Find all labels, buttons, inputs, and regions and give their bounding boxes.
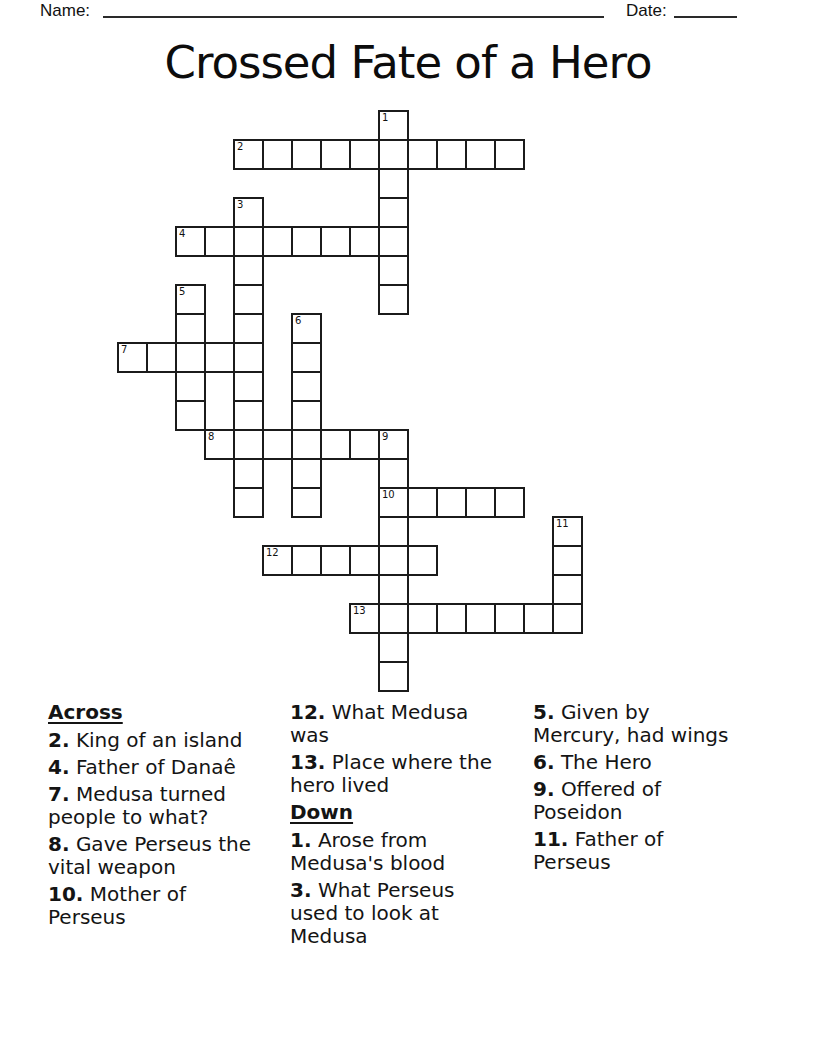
grid-cell[interactable] <box>407 545 438 576</box>
grid-cell[interactable]: 1 <box>378 110 409 141</box>
grid-cell[interactable] <box>291 458 322 489</box>
clue-down-5: 5. Given by Mercury, had wings <box>533 701 733 747</box>
cell-clue-number: 9 <box>382 431 388 442</box>
cell-clue-number: 6 <box>295 315 301 326</box>
grid-cell[interactable] <box>233 255 264 286</box>
date-label: Date: <box>626 1 667 21</box>
cell-clue-number: 13 <box>353 605 366 616</box>
grid-cell[interactable] <box>320 429 351 460</box>
clue-number: 3. <box>290 878 312 902</box>
cell-clue-number: 7 <box>121 344 127 355</box>
grid-cell[interactable] <box>175 371 206 402</box>
clue-number: 10. <box>48 882 83 906</box>
clue-down-9: 9. Offered of Poseidon <box>533 778 733 824</box>
clue-down-3: 3. What Perseus used to look at Medusa <box>290 879 500 948</box>
grid-cell[interactable]: 4 <box>175 226 206 257</box>
grid-cell[interactable] <box>233 313 264 344</box>
date-blank-line[interactable] <box>674 16 737 18</box>
clue-down-1: 1. Arose from Medusa's blood <box>290 829 500 875</box>
grid-cell[interactable] <box>175 313 206 344</box>
cell-clue-number: 11 <box>556 518 569 529</box>
grid-cell[interactable] <box>320 226 351 257</box>
cell-clue-number: 12 <box>266 547 279 558</box>
grid-cell[interactable] <box>291 545 322 576</box>
clue-number: 2. <box>48 728 70 752</box>
grid-cell[interactable] <box>175 342 206 373</box>
clue-number: 12. <box>290 700 325 724</box>
grid-cell[interactable] <box>378 168 409 199</box>
grid-cell[interactable] <box>378 516 409 547</box>
grid-cell[interactable] <box>291 342 322 373</box>
clue-down-6: 6. The Hero <box>533 751 733 774</box>
clue-number: 9. <box>533 777 555 801</box>
down-heading: Down <box>290 801 500 824</box>
clue-down-11: 11. Father of Perseus <box>533 828 733 874</box>
grid-cell[interactable] <box>465 603 496 634</box>
grid-cell[interactable] <box>436 487 467 518</box>
grid-cell[interactable] <box>291 429 322 460</box>
clue-text: Medusa turned people to what? <box>48 782 226 829</box>
grid-cell[interactable] <box>233 284 264 315</box>
grid-cell[interactable] <box>291 487 322 518</box>
clue-number: 11. <box>533 827 568 851</box>
grid-cell[interactable] <box>262 226 293 257</box>
across-heading: Across <box>48 701 263 724</box>
grid-cell[interactable] <box>552 603 583 634</box>
grid-cell[interactable] <box>378 226 409 257</box>
grid-cell[interactable] <box>378 632 409 663</box>
grid-cell[interactable] <box>262 139 293 170</box>
grid-cell[interactable] <box>233 342 264 373</box>
grid-cell[interactable] <box>465 139 496 170</box>
grid-cell[interactable] <box>262 429 293 460</box>
grid-cell[interactable] <box>523 603 554 634</box>
grid-cell[interactable] <box>291 139 322 170</box>
grid-cell[interactable] <box>378 574 409 605</box>
cell-clue-number: 1 <box>382 112 388 123</box>
clue-column-1: Across 2. King of an island 4. Father of… <box>48 701 263 933</box>
grid-cell[interactable] <box>349 429 380 460</box>
grid-cell[interactable] <box>320 139 351 170</box>
clue-column-3: 5. Given by Mercury, had wings 6. The He… <box>533 701 733 878</box>
grid-cell[interactable] <box>465 487 496 518</box>
clue-across-7: 7. Medusa turned people to what? <box>48 783 263 829</box>
grid-cell[interactable]: 6 <box>291 313 322 344</box>
clue-text: Given by Mercury, had wings <box>533 700 728 747</box>
grid-cell[interactable] <box>349 139 380 170</box>
grid-cell[interactable] <box>378 284 409 315</box>
grid-cell[interactable] <box>204 226 235 257</box>
grid-cell[interactable] <box>291 371 322 402</box>
grid-cell[interactable] <box>233 400 264 431</box>
grid-cell[interactable] <box>494 603 525 634</box>
grid-cell[interactable] <box>233 226 264 257</box>
clue-across-2: 2. King of an island <box>48 729 263 752</box>
crossword-grid: 12345678910111213 <box>117 110 584 693</box>
cell-clue-number: 8 <box>208 431 214 442</box>
clue-text: Father of Danaê <box>76 755 236 779</box>
cell-clue-number: 5 <box>179 286 185 297</box>
clue-text: Arose from Medusa's blood <box>290 828 445 875</box>
grid-cell[interactable] <box>146 342 177 373</box>
grid-cell[interactable]: 2 <box>233 139 264 170</box>
cell-clue-number: 3 <box>237 199 243 210</box>
cell-clue-number: 2 <box>237 141 243 152</box>
grid-cell[interactable]: 11 <box>552 516 583 547</box>
name-blank-line[interactable] <box>103 16 604 18</box>
clue-text: What Perseus used to look at Medusa <box>290 878 454 948</box>
grid-cell[interactable]: 8 <box>204 429 235 460</box>
clue-across-8: 8. Gave Perseus the vital weapon <box>48 833 263 879</box>
grid-cell[interactable] <box>552 574 583 605</box>
grid-cell[interactable] <box>233 429 264 460</box>
cell-clue-number: 4 <box>179 228 185 239</box>
grid-cell[interactable] <box>378 545 409 576</box>
clue-number: 7. <box>48 782 70 806</box>
grid-cell[interactable] <box>204 342 235 373</box>
grid-cell[interactable]: 3 <box>233 197 264 228</box>
grid-cell[interactable] <box>320 545 351 576</box>
grid-cell[interactable] <box>378 139 409 170</box>
grid-cell[interactable]: 12 <box>262 545 293 576</box>
grid-cell[interactable] <box>378 458 409 489</box>
grid-cell[interactable]: 9 <box>378 429 409 460</box>
puzzle-title: Crossed Fate of a Hero <box>0 36 816 89</box>
clue-column-2: 12. What Medusa was 13. Place where the … <box>290 701 500 952</box>
grid-cell[interactable] <box>349 226 380 257</box>
clue-across-10: 10. Mother of Perseus <box>48 883 263 929</box>
clue-number: 4. <box>48 755 70 779</box>
clue-number: 1. <box>290 828 312 852</box>
grid-cell[interactable] <box>378 197 409 228</box>
grid-cell[interactable] <box>233 487 264 518</box>
clue-across-4: 4. Father of Danaê <box>48 756 263 779</box>
grid-cell[interactable] <box>552 545 583 576</box>
grid-cell[interactable] <box>175 400 206 431</box>
grid-cell[interactable] <box>291 400 322 431</box>
clue-number: 5. <box>533 700 555 724</box>
grid-cell[interactable]: 5 <box>175 284 206 315</box>
grid-cell[interactable] <box>378 603 409 634</box>
grid-cell[interactable] <box>378 255 409 286</box>
grid-cell[interactable]: 7 <box>117 342 148 373</box>
clue-text: King of an island <box>76 728 242 752</box>
grid-cell[interactable] <box>436 603 467 634</box>
grid-cell[interactable] <box>233 371 264 402</box>
grid-cell[interactable] <box>494 139 525 170</box>
name-label: Name: <box>40 1 90 21</box>
clue-text: The Hero <box>561 750 652 774</box>
clue-number: 6. <box>533 750 555 774</box>
clue-across-12: 12. What Medusa was <box>290 701 500 747</box>
clue-text: Gave Perseus the vital weapon <box>48 832 251 879</box>
crossword-worksheet: Name: Date: Crossed Fate of a Hero 12345… <box>0 0 816 1056</box>
grid-cell[interactable] <box>233 458 264 489</box>
grid-cell[interactable] <box>378 661 409 692</box>
cell-clue-number: 10 <box>382 489 395 500</box>
clue-across-13: 13. Place where the hero lived <box>290 751 500 797</box>
grid-cell[interactable] <box>494 487 525 518</box>
clue-number: 8. <box>48 832 70 856</box>
grid-cell[interactable] <box>291 226 322 257</box>
clue-number: 13. <box>290 750 325 774</box>
grid-cell[interactable] <box>407 487 438 518</box>
grid-cell[interactable]: 13 <box>349 603 380 634</box>
grid-cell[interactable] <box>349 545 380 576</box>
grid-cell[interactable] <box>436 139 467 170</box>
grid-cell[interactable] <box>407 603 438 634</box>
grid-cell[interactable] <box>407 139 438 170</box>
grid-cell[interactable]: 10 <box>378 487 409 518</box>
